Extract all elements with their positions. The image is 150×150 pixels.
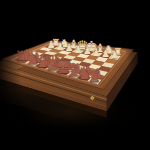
chess-set-photo: ♜♞♝♛♚♝♞♜♟♟♟♟♟♟♟♟♟♟♟♟♟♟♟♟♜♞♝♛♚♝♞♜ bbox=[0, 0, 150, 150]
piece-cream-pawn-e7: ♟ bbox=[83, 45, 92, 56]
piece-cream-pawn-f7: ♟ bbox=[92, 47, 101, 58]
piece-cream-pawn-g7: ♟ bbox=[101, 48, 110, 59]
piece-cream-pawn-h7: ♟ bbox=[110, 49, 119, 60]
piece-cream-pawn-b7: ♟ bbox=[56, 41, 65, 52]
piece-cream-pawn-c7: ♟ bbox=[65, 42, 74, 53]
latch-keyhole bbox=[92, 97, 93, 98]
piece-cream-pawn-d7: ♟ bbox=[74, 44, 83, 55]
piece-red-rook-h1: ♜ bbox=[88, 68, 102, 86]
piece-cream-pawn-a7: ♟ bbox=[47, 39, 56, 50]
photo-stage: ♜♞♝♛♚♝♞♜♟♟♟♟♟♟♟♟♟♟♟♟♟♟♟♟♜♞♝♛♚♝♞♜ bbox=[0, 0, 150, 150]
